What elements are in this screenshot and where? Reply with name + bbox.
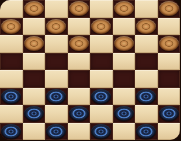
square-c7[interactable] xyxy=(45,18,68,36)
square-c4 xyxy=(45,70,68,88)
square-d4[interactable] xyxy=(68,70,91,88)
square-d2[interactable] xyxy=(68,105,91,123)
square-e8 xyxy=(90,0,113,18)
tan-piece[interactable] xyxy=(24,1,44,16)
tan-piece[interactable] xyxy=(69,36,89,51)
tan-piece[interactable] xyxy=(69,1,89,16)
square-b3 xyxy=(23,88,46,106)
tan-piece[interactable] xyxy=(46,19,66,34)
square-g2 xyxy=(135,105,158,123)
checkers-board xyxy=(0,0,180,140)
square-g8 xyxy=(135,0,158,18)
square-e4 xyxy=(90,70,113,88)
square-f7 xyxy=(113,18,136,36)
square-g5[interactable] xyxy=(135,53,158,71)
square-e6 xyxy=(90,35,113,53)
square-c1[interactable] xyxy=(45,123,68,141)
square-f6[interactable] xyxy=(113,35,136,53)
square-h6[interactable] xyxy=(158,35,181,53)
square-d5 xyxy=(68,53,91,71)
square-f1 xyxy=(113,123,136,141)
square-e1[interactable] xyxy=(90,123,113,141)
square-e7[interactable] xyxy=(90,18,113,36)
square-h1 xyxy=(158,123,181,141)
square-b2[interactable] xyxy=(23,105,46,123)
square-e2 xyxy=(90,105,113,123)
square-b7 xyxy=(23,18,46,36)
square-a5[interactable] xyxy=(0,53,23,71)
square-d6[interactable] xyxy=(68,35,91,53)
blue-piece[interactable] xyxy=(114,106,134,121)
square-d1 xyxy=(68,123,91,141)
square-d8[interactable] xyxy=(68,0,91,18)
tan-piece[interactable] xyxy=(136,19,156,34)
blue-piece[interactable] xyxy=(1,89,21,104)
square-c2 xyxy=(45,105,68,123)
blue-piece[interactable] xyxy=(136,124,156,139)
square-c8 xyxy=(45,0,68,18)
square-e3[interactable] xyxy=(90,88,113,106)
square-g7[interactable] xyxy=(135,18,158,36)
tan-piece[interactable] xyxy=(24,36,44,51)
square-h3 xyxy=(158,88,181,106)
square-g6 xyxy=(135,35,158,53)
square-b4[interactable] xyxy=(23,70,46,88)
tan-piece[interactable] xyxy=(91,19,111,34)
square-c6 xyxy=(45,35,68,53)
square-c5[interactable] xyxy=(45,53,68,71)
tan-piece[interactable] xyxy=(114,36,134,51)
square-a4 xyxy=(0,70,23,88)
square-a1[interactable] xyxy=(0,123,23,141)
blue-piece[interactable] xyxy=(159,106,179,121)
square-f2[interactable] xyxy=(113,105,136,123)
square-f5 xyxy=(113,53,136,71)
square-h2[interactable] xyxy=(158,105,181,123)
square-h4[interactable] xyxy=(158,70,181,88)
blue-piece[interactable] xyxy=(136,89,156,104)
blue-piece[interactable] xyxy=(91,89,111,104)
square-g4 xyxy=(135,70,158,88)
square-e5[interactable] xyxy=(90,53,113,71)
blue-piece[interactable] xyxy=(1,124,21,139)
square-b6[interactable] xyxy=(23,35,46,53)
square-b8[interactable] xyxy=(23,0,46,18)
tan-piece[interactable] xyxy=(159,36,179,51)
tan-piece[interactable] xyxy=(159,1,179,16)
square-b5 xyxy=(23,53,46,71)
square-h5 xyxy=(158,53,181,71)
blue-piece[interactable] xyxy=(69,106,89,121)
square-h8[interactable] xyxy=(158,0,181,18)
square-d3 xyxy=(68,88,91,106)
square-a6 xyxy=(0,35,23,53)
blue-piece[interactable] xyxy=(91,124,111,139)
blue-piece[interactable] xyxy=(46,124,66,139)
square-a3[interactable] xyxy=(0,88,23,106)
square-a8 xyxy=(0,0,23,18)
square-a7[interactable] xyxy=(0,18,23,36)
square-g1[interactable] xyxy=(135,123,158,141)
square-g3[interactable] xyxy=(135,88,158,106)
blue-piece[interactable] xyxy=(24,106,44,121)
square-f8[interactable] xyxy=(113,0,136,18)
square-h7 xyxy=(158,18,181,36)
square-f3 xyxy=(113,88,136,106)
square-f4[interactable] xyxy=(113,70,136,88)
blue-piece[interactable] xyxy=(46,89,66,104)
square-c3[interactable] xyxy=(45,88,68,106)
square-b1 xyxy=(23,123,46,141)
square-a2 xyxy=(0,105,23,123)
tan-piece[interactable] xyxy=(114,1,134,16)
tan-piece[interactable] xyxy=(1,19,21,34)
square-d7 xyxy=(68,18,91,36)
